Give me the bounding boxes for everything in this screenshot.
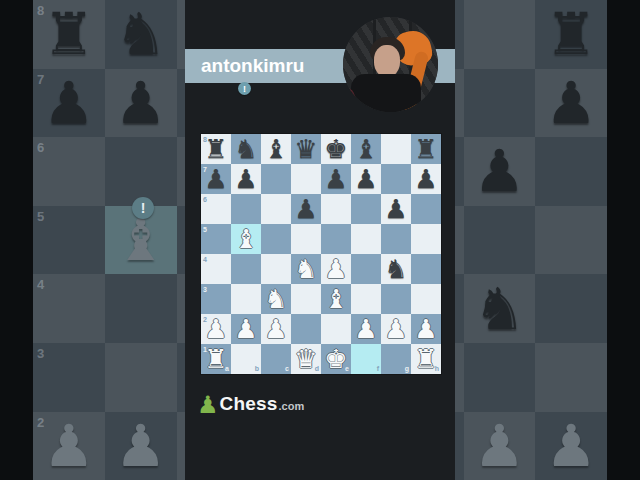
square-h1[interactable]: ♜h (411, 344, 441, 374)
square-e4[interactable]: ♟ (321, 254, 351, 284)
square-e3[interactable]: ♝ (321, 284, 351, 314)
square-e5[interactable] (321, 224, 351, 254)
square-h7[interactable]: ♟ (411, 164, 441, 194)
white-pawn: ♟ (535, 412, 607, 480)
square-d3[interactable] (291, 284, 321, 314)
square-b1[interactable]: b (231, 344, 261, 374)
file-label: d (315, 365, 319, 372)
black-pawn[interactable]: ♟ (291, 194, 321, 224)
square-g4[interactable]: ♞ (381, 254, 411, 284)
file-label: c (285, 365, 289, 372)
square-d4[interactable]: ♞ (291, 254, 321, 284)
square-a4[interactable]: 4 (201, 254, 231, 284)
square-g6: ♟ (464, 137, 536, 206)
square-f1[interactable]: f (351, 344, 381, 374)
square-d1[interactable]: ♛d (291, 344, 321, 374)
chesscom-tld-text: .com (279, 400, 305, 412)
square-a2: ♟2 (33, 412, 105, 480)
square-g5[interactable] (381, 224, 411, 254)
square-h8[interactable]: ♜ (411, 134, 441, 164)
black-pawn[interactable]: ♟ (381, 194, 411, 224)
move-annotation-badge-background: ! (132, 197, 154, 219)
black-bishop[interactable]: ♝ (261, 134, 291, 164)
streamer-shirt (351, 74, 421, 112)
square-e7[interactable]: ♟ (321, 164, 351, 194)
square-c1[interactable]: c (261, 344, 291, 374)
square-a4: 4 (33, 274, 105, 343)
rank-label: 6 (37, 140, 44, 155)
square-c7[interactable] (261, 164, 291, 194)
square-d6[interactable]: ♟ (291, 194, 321, 224)
square-h3 (535, 343, 607, 412)
black-knight: ♞ (105, 0, 177, 69)
square-b7: ♟ (105, 69, 177, 138)
square-g7[interactable] (381, 164, 411, 194)
square-c3[interactable]: ♞ (261, 284, 291, 314)
square-a8[interactable]: ♜8 (201, 134, 231, 164)
square-h4[interactable] (411, 254, 441, 284)
white-pawn[interactable]: ♟ (411, 314, 441, 344)
square-h3[interactable] (411, 284, 441, 314)
rank-label: 5 (203, 226, 207, 233)
square-h5 (535, 206, 607, 275)
white-bishop[interactable]: ♝ (231, 224, 261, 254)
square-h6[interactable] (411, 194, 441, 224)
square-b6 (105, 137, 177, 206)
rank-label: 7 (203, 166, 207, 173)
square-a3: 3 (33, 343, 105, 412)
black-pawn[interactable]: ♟ (321, 164, 351, 194)
square-e1[interactable]: ♚e (321, 344, 351, 374)
file-label: f (377, 365, 379, 372)
rank-label: 3 (37, 346, 44, 361)
square-a7: ♟7 (33, 69, 105, 138)
black-bishop[interactable]: ♝ (351, 134, 381, 164)
white-pawn[interactable]: ♟ (381, 314, 411, 344)
rank-label: 5 (37, 209, 44, 224)
square-g1[interactable]: g (381, 344, 411, 374)
square-b7[interactable]: ♟ (231, 164, 261, 194)
white-knight[interactable]: ♞ (261, 284, 291, 314)
square-g2[interactable]: ♟ (381, 314, 411, 344)
black-rook[interactable]: ♜ (411, 134, 441, 164)
black-pawn[interactable]: ♟ (351, 164, 381, 194)
black-pawn: ♟ (464, 137, 536, 206)
square-f4[interactable] (351, 254, 381, 284)
square-a8: ♜8 (33, 0, 105, 69)
square-a3[interactable]: 3 (201, 284, 231, 314)
rank-label: 4 (203, 256, 207, 263)
square-a6: 6 (33, 137, 105, 206)
square-b2: ♟ (105, 412, 177, 480)
square-c6[interactable] (261, 194, 291, 224)
white-pawn[interactable]: ♟ (231, 314, 261, 344)
app-root: ♜8♞♝♛♚♝♜♟7♟♟♟♟6♟♟5♝4♞♟♞3♞♝♟2♟♟♟♟♟ ! anto… (0, 0, 640, 480)
square-b6[interactable] (231, 194, 261, 224)
black-queen[interactable]: ♛ (291, 134, 321, 164)
square-h6 (535, 137, 607, 206)
square-g8 (464, 0, 536, 69)
square-e8[interactable]: ♚ (321, 134, 351, 164)
square-f6[interactable] (351, 194, 381, 224)
square-g5 (464, 206, 536, 275)
square-e6[interactable] (321, 194, 351, 224)
square-g6[interactable]: ♟ (381, 194, 411, 224)
streamer-face (374, 45, 400, 77)
rank-label: 2 (203, 316, 207, 323)
square-c2[interactable]: ♟ (261, 314, 291, 344)
rank-label: 8 (37, 3, 44, 18)
file-label: b (255, 365, 259, 372)
streamer-avatar (343, 17, 438, 112)
square-d2[interactable] (291, 314, 321, 344)
square-b8: ♞ (105, 0, 177, 69)
chesscom-pawn-icon: ♟ (197, 391, 219, 419)
square-b3[interactable] (231, 284, 261, 314)
square-b8[interactable]: ♞ (231, 134, 261, 164)
square-h2[interactable]: ♟ (411, 314, 441, 344)
square-h4 (535, 274, 607, 343)
square-g7 (464, 69, 536, 138)
black-pawn: ♟ (105, 69, 177, 138)
rank-label: 3 (203, 286, 207, 293)
square-f5[interactable] (351, 224, 381, 254)
black-pawn: ♟ (535, 69, 607, 138)
square-b5[interactable]: ♝ (231, 224, 261, 254)
chess-board[interactable]: ♜8♞♝♛♚♝♜♟7♟♟♟♟6♟♟5♝4♞♟♞3♞♝♟2♟♟♟♟♟♜1abc♛d… (201, 134, 441, 374)
white-pawn[interactable]: ♟ (321, 254, 351, 284)
file-label: h (435, 365, 439, 372)
black-rook: ♜ (535, 0, 607, 69)
rank-label: 4 (37, 277, 44, 292)
white-pawn: ♟ (464, 412, 536, 480)
square-a5[interactable]: 5 (201, 224, 231, 254)
square-d5[interactable] (291, 224, 321, 254)
square-e2[interactable] (321, 314, 351, 344)
square-c4[interactable] (261, 254, 291, 284)
white-knight[interactable]: ♞ (291, 254, 321, 284)
square-g4: ♞ (464, 274, 536, 343)
white-pawn[interactable]: ♟ (261, 314, 291, 344)
square-f7[interactable]: ♟ (351, 164, 381, 194)
square-a5: 5 (33, 206, 105, 275)
square-g8[interactable] (381, 134, 411, 164)
square-g2: ♟ (464, 412, 536, 480)
square-d7[interactable] (291, 164, 321, 194)
square-b4 (105, 274, 177, 343)
black-pawn[interactable]: ♟ (411, 164, 441, 194)
square-b4[interactable] (231, 254, 261, 284)
square-b2[interactable]: ♟ (231, 314, 261, 344)
square-h7: ♟ (535, 69, 607, 138)
square-a7[interactable]: ♟7 (201, 164, 231, 194)
square-b3 (105, 343, 177, 412)
square-f8[interactable]: ♝ (351, 134, 381, 164)
chesscom-brand-text: Chess (220, 393, 278, 415)
square-f3[interactable] (351, 284, 381, 314)
square-f2[interactable]: ♟ (351, 314, 381, 344)
square-h2: ♟ (535, 412, 607, 480)
square-a1[interactable]: ♜1a (201, 344, 231, 374)
black-knight[interactable]: ♞ (231, 134, 261, 164)
square-d8[interactable]: ♛ (291, 134, 321, 164)
square-g3 (464, 343, 536, 412)
square-a6[interactable]: 6 (201, 194, 231, 224)
black-pawn[interactable]: ♟ (231, 164, 261, 194)
rank-label: 7 (37, 72, 44, 87)
rank-label: 8 (203, 136, 207, 143)
move-annotation-badge: ! (238, 82, 251, 95)
square-g3[interactable] (381, 284, 411, 314)
white-pawn: ♟ (105, 412, 177, 480)
black-knight[interactable]: ♞ (381, 254, 411, 284)
rank-label: 6 (203, 196, 207, 203)
black-king[interactable]: ♚ (321, 134, 351, 164)
square-a2[interactable]: ♟2 (201, 314, 231, 344)
rank-label: 2 (37, 415, 44, 430)
square-c8[interactable]: ♝ (261, 134, 291, 164)
square-c5[interactable] (261, 224, 291, 254)
square-h5[interactable] (411, 224, 441, 254)
rank-label: 1 (203, 346, 207, 353)
square-h8: ♜ (535, 0, 607, 69)
video-panel: antonkimru ♜8♞♝♛♚♝♜♟7♟♟♟♟6♟♟5♝4♞♟♞3♞♝♟2♟… (185, 0, 455, 480)
white-bishop[interactable]: ♝ (321, 284, 351, 314)
white-pawn[interactable]: ♟ (351, 314, 381, 344)
file-label: g (405, 365, 409, 372)
black-knight: ♞ (464, 274, 536, 343)
file-label: e (345, 365, 349, 372)
file-label: a (225, 365, 229, 372)
chesscom-logo: ♟ Chess .com (197, 388, 304, 418)
